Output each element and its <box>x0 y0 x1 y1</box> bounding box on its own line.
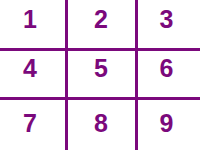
cell-8[interactable]: 8 <box>66 98 136 150</box>
cell-3[interactable]: 3 <box>136 0 200 49</box>
cell-2-number: 2 <box>94 5 108 34</box>
cell-7-number: 7 <box>23 109 37 138</box>
cell-2[interactable]: 2 <box>66 0 136 49</box>
cell-4[interactable]: 4 <box>0 49 66 98</box>
cell-9[interactable]: 9 <box>136 98 200 150</box>
cell-9-number: 9 <box>160 109 174 138</box>
cell-6-number: 6 <box>160 54 174 83</box>
cell-grid: 1 2 3 4 5 6 7 8 9 <box>0 0 200 150</box>
tic-tac-toe-board: 1 2 3 4 5 6 7 8 9 <box>0 0 200 150</box>
cell-5-number: 5 <box>94 54 108 83</box>
cell-5[interactable]: 5 <box>66 49 136 98</box>
cell-1-number: 1 <box>23 5 37 34</box>
cell-1[interactable]: 1 <box>0 0 66 49</box>
cell-6[interactable]: 6 <box>136 49 200 98</box>
cell-8-number: 8 <box>94 109 108 138</box>
cell-7[interactable]: 7 <box>0 98 66 150</box>
cell-4-number: 4 <box>23 54 37 83</box>
cell-3-number: 3 <box>160 5 174 34</box>
